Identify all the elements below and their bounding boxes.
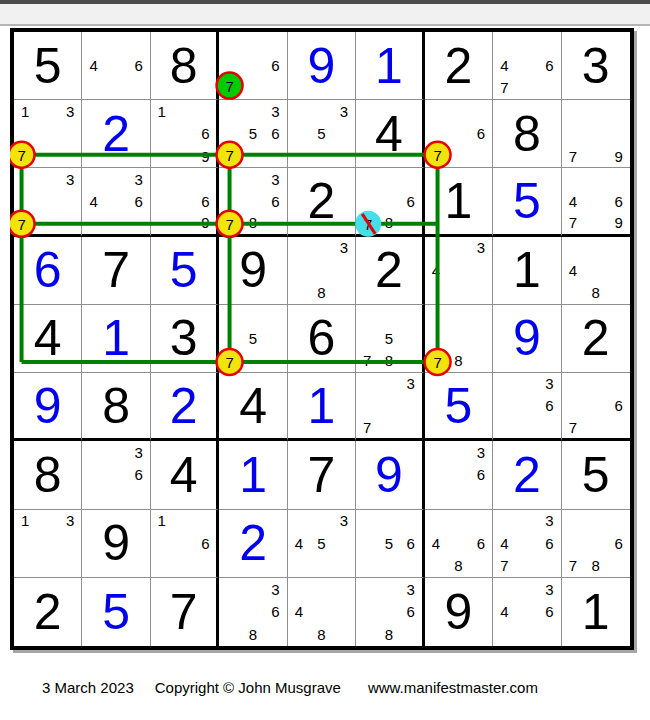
solved-value: 1 — [288, 373, 355, 438]
candidate-6: 6 — [538, 395, 560, 417]
given-value: 1 — [493, 237, 560, 304]
cell-r3c4[interactable]: 368 — [219, 168, 287, 236]
cell-r1c1[interactable]: 5 — [14, 32, 82, 100]
cell-r2c6[interactable]: 4 — [356, 100, 424, 168]
footer-copyright: Copyright © John Musgrave — [155, 679, 341, 696]
candidate-5: 5 — [242, 123, 264, 145]
candidate-4: 4 — [562, 190, 585, 212]
cell-r1c8[interactable]: 467 — [493, 32, 561, 100]
given-value: 4 — [356, 100, 421, 167]
cell-r7c7[interactable]: 36 — [425, 441, 493, 509]
cell-r8c8[interactable]: 3467 — [493, 510, 561, 578]
candidate-3: 3 — [333, 237, 355, 259]
cell-r7c1[interactable]: 8 — [14, 441, 82, 509]
cell-r2c9[interactable]: 79 — [562, 100, 630, 168]
footer: 3 March 2023Copyright © John Musgravewww… — [42, 679, 538, 696]
candidate-3: 3 — [264, 578, 286, 601]
cell-r1c4[interactable]: 6 — [219, 32, 287, 100]
cell-r5c3[interactable]: 3 — [151, 305, 219, 373]
candidate-6: 6 — [195, 123, 217, 145]
solved-value: 2 — [82, 100, 149, 167]
candidate-6: 6 — [607, 190, 630, 212]
solved-value: 1 — [356, 32, 421, 99]
cell-r9c3[interactable]: 7 — [151, 578, 219, 646]
candidate-5: 5 — [378, 532, 400, 554]
cell-r7c2[interactable]: 36 — [82, 441, 150, 509]
cell-r6c4[interactable]: 4 — [219, 373, 287, 441]
solved-value: 9 — [14, 373, 81, 438]
given-value: 9 — [219, 237, 286, 304]
candidate-1: 1 — [14, 510, 36, 532]
candidate-8: 8 — [310, 623, 332, 646]
window-chrome-strip — [0, 0, 650, 26]
candidate-9: 9 — [607, 212, 630, 234]
cell-r9c9[interactable]: 1 — [562, 578, 630, 646]
candidate-8: 8 — [584, 281, 607, 303]
solved-value: 2 — [219, 510, 286, 577]
solved-value: 5 — [425, 373, 492, 438]
candidate-3: 3 — [400, 578, 422, 601]
candidate-6: 6 — [400, 190, 422, 212]
cell-r4c1[interactable]: 6 — [14, 237, 82, 305]
cell-r2c1[interactable]: 13 — [14, 100, 82, 168]
given-value: 4 — [219, 373, 286, 438]
given-value: 7 — [82, 237, 149, 304]
cell-r8c9[interactable]: 678 — [562, 510, 630, 578]
given-value: 2 — [356, 237, 421, 304]
given-value: 2 — [14, 578, 81, 646]
cell-r1c7[interactable]: 2 — [425, 32, 493, 100]
candidate-6: 6 — [538, 532, 560, 554]
cell-r6c6[interactable]: 37 — [356, 373, 424, 441]
cell-r6c2[interactable]: 8 — [82, 373, 150, 441]
cell-r3c6[interactable]: 68 — [356, 168, 424, 236]
given-value: 8 — [82, 373, 149, 438]
cell-r4c6[interactable]: 2 — [356, 237, 424, 305]
candidate-3: 3 — [400, 373, 422, 395]
cell-r4c4[interactable]: 9 — [219, 237, 287, 305]
candidate-9: 9 — [195, 212, 217, 234]
candidate-6: 6 — [470, 532, 492, 554]
solved-value: 5 — [82, 578, 149, 646]
cell-r2c8[interactable]: 8 — [493, 100, 561, 168]
solved-value: 9 — [493, 305, 560, 372]
given-value: 1 — [562, 578, 630, 646]
cell-r4c7[interactable]: 34 — [425, 237, 493, 305]
cell-r2c5[interactable]: 35 — [288, 100, 356, 168]
candidate-5: 5 — [378, 327, 400, 349]
given-value: 4 — [14, 305, 81, 372]
cell-r5c7[interactable]: 8 — [425, 305, 493, 373]
cell-r8c4[interactable]: 2 — [219, 510, 287, 578]
cell-r9c2[interactable]: 5 — [82, 578, 150, 646]
cell-r7c9[interactable]: 5 — [562, 441, 630, 509]
solved-value: 6 — [14, 237, 81, 304]
cell-r2c4[interactable]: 356 — [219, 100, 287, 168]
candidate-3: 3 — [333, 100, 355, 122]
cell-r8c5[interactable]: 345 — [288, 510, 356, 578]
cell-r8c2[interactable]: 9 — [82, 510, 150, 578]
cell-r5c8[interactable]: 9 — [493, 305, 561, 373]
cell-r1c2[interactable]: 46 — [82, 32, 150, 100]
cell-r1c6[interactable]: 1 — [356, 32, 424, 100]
cell-r2c3[interactable]: 169 — [151, 100, 219, 168]
candidate-6: 6 — [127, 54, 149, 76]
cell-r6c5[interactable]: 1 — [288, 373, 356, 441]
candidate-1: 1 — [151, 510, 173, 532]
solved-value: 1 — [82, 305, 149, 372]
cell-r9c4[interactable]: 368 — [219, 578, 287, 646]
candidate-7: 7 — [562, 212, 585, 234]
cell-r8c3[interactable]: 16 — [151, 510, 219, 578]
candidate-6: 6 — [400, 601, 422, 624]
cell-r6c9[interactable]: 67 — [562, 373, 630, 441]
candidate-8: 8 — [242, 623, 264, 646]
cell-r3c1[interactable]: 3 — [14, 168, 82, 236]
cell-r6c7[interactable]: 5 — [425, 373, 493, 441]
candidate-4: 4 — [82, 190, 104, 212]
candidate-3: 3 — [264, 100, 286, 122]
given-value: 5 — [14, 32, 81, 99]
cell-r7c6[interactable]: 9 — [356, 441, 424, 509]
cell-r4c9[interactable]: 48 — [562, 237, 630, 305]
cell-r1c9[interactable]: 3 — [562, 32, 630, 100]
given-value: 9 — [425, 578, 492, 646]
candidate-8: 8 — [378, 212, 400, 234]
candidate-1: 1 — [151, 100, 173, 122]
candidate-6: 6 — [195, 190, 217, 212]
candidate-6: 6 — [195, 532, 217, 554]
candidate-6: 6 — [607, 532, 630, 554]
candidate-3: 3 — [59, 100, 81, 122]
candidate-7: 7 — [562, 145, 585, 167]
candidate-4: 4 — [562, 259, 585, 281]
cell-r8c7[interactable]: 468 — [425, 510, 493, 578]
candidate-6: 6 — [607, 395, 630, 417]
cell-r4c8[interactable]: 1 — [493, 237, 561, 305]
cell-r9c8[interactable]: 346 — [493, 578, 561, 646]
candidate-4: 4 — [493, 54, 515, 76]
candidate-7: 7 — [562, 554, 585, 576]
given-value: 2 — [425, 32, 492, 99]
given-value: 8 — [14, 441, 81, 508]
given-value: 4 — [151, 441, 216, 508]
cell-r1c5[interactable]: 9 — [288, 32, 356, 100]
given-value: 7 — [151, 578, 216, 646]
candidate-4: 4 — [425, 532, 447, 554]
cell-r3c9[interactable]: 4679 — [562, 168, 630, 236]
cell-r5c1[interactable]: 4 — [14, 305, 82, 373]
given-value: 1 — [425, 168, 492, 233]
cell-r7c5[interactable]: 7 — [288, 441, 356, 509]
given-value: 6 — [288, 305, 355, 372]
candidate-5: 5 — [310, 532, 332, 554]
given-value: 3 — [562, 32, 630, 99]
cell-r6c8[interactable]: 36 — [493, 373, 561, 441]
candidate-3: 3 — [264, 168, 286, 190]
cell-r2c7[interactable]: 6 — [425, 100, 493, 168]
given-value: 9 — [82, 510, 149, 577]
cell-r7c4[interactable]: 1 — [219, 441, 287, 509]
given-value: 2 — [288, 168, 355, 233]
cell-r8c6[interactable]: 56 — [356, 510, 424, 578]
candidate-6: 6 — [127, 464, 149, 486]
candidate-8: 8 — [584, 554, 607, 576]
candidate-6: 6 — [400, 532, 422, 554]
candidate-8: 8 — [378, 623, 400, 646]
candidate-3: 3 — [470, 237, 492, 259]
cell-r9c1[interactable]: 2 — [14, 578, 82, 646]
cell-r4c2[interactable]: 7 — [82, 237, 150, 305]
candidate-3: 3 — [538, 578, 560, 601]
solved-value: 2 — [151, 373, 216, 438]
candidate-6: 6 — [264, 54, 286, 76]
cell-r3c8[interactable]: 5 — [493, 168, 561, 236]
cell-r2c2[interactable]: 2 — [82, 100, 150, 168]
cell-r5c4[interactable]: 5 — [219, 305, 287, 373]
candidate-3: 3 — [59, 168, 81, 190]
candidate-6: 6 — [470, 464, 492, 486]
candidate-7: 7 — [493, 77, 515, 99]
candidate-3: 3 — [470, 441, 492, 463]
candidate-6: 6 — [264, 123, 286, 145]
cell-r9c5[interactable]: 48 — [288, 578, 356, 646]
given-value: 8 — [493, 100, 560, 167]
candidate-4: 4 — [425, 259, 447, 281]
cell-r5c5[interactable]: 6 — [288, 305, 356, 373]
solved-value: 1 — [219, 441, 286, 508]
candidate-4: 4 — [288, 532, 310, 554]
candidate-7: 7 — [356, 350, 378, 372]
candidate-4: 4 — [493, 601, 515, 624]
solved-value: 5 — [493, 168, 560, 233]
given-value: 2 — [562, 305, 630, 372]
candidate-7: 7 — [562, 417, 585, 439]
candidate-8: 8 — [447, 554, 469, 576]
candidate-6: 6 — [538, 54, 560, 76]
cell-r5c2[interactable]: 1 — [82, 305, 150, 373]
candidate-4: 4 — [493, 532, 515, 554]
cell-r3c2[interactable]: 346 — [82, 168, 150, 236]
solved-value: 2 — [493, 441, 560, 508]
candidate-9: 9 — [607, 145, 630, 167]
solved-value: 9 — [356, 441, 421, 508]
cell-r8c1[interactable]: 13 — [14, 510, 82, 578]
solved-value: 9 — [288, 32, 355, 99]
candidate-4: 4 — [288, 601, 310, 624]
cell-r5c6[interactable]: 578 — [356, 305, 424, 373]
cell-r3c3[interactable]: 69 — [151, 168, 219, 236]
cell-r5c9[interactable]: 2 — [562, 305, 630, 373]
candidate-6: 6 — [470, 123, 492, 145]
cell-r4c5[interactable]: 38 — [288, 237, 356, 305]
candidate-6: 6 — [127, 190, 149, 212]
candidate-6: 6 — [538, 601, 560, 624]
cell-r3c7[interactable]: 1 — [425, 168, 493, 236]
cell-r9c6[interactable]: 368 — [356, 578, 424, 646]
candidate-9: 9 — [195, 145, 217, 167]
cell-r7c3[interactable]: 4 — [151, 441, 219, 509]
cell-r6c1[interactable]: 9 — [14, 373, 82, 441]
candidate-3: 3 — [127, 168, 149, 190]
cell-r1c3[interactable]: 8 — [151, 32, 219, 100]
candidate-5: 5 — [310, 123, 332, 145]
candidate-3: 3 — [538, 373, 560, 395]
footer-date: 3 March 2023 — [42, 679, 134, 696]
candidate-6: 6 — [264, 190, 286, 212]
cell-r3c5[interactable]: 2 — [288, 168, 356, 236]
candidate-4: 4 — [82, 54, 104, 76]
cell-r7c8[interactable]: 2 — [493, 441, 561, 509]
candidate-6: 6 — [264, 601, 286, 624]
candidate-3: 3 — [333, 510, 355, 532]
candidate-3: 3 — [59, 510, 81, 532]
solved-value: 5 — [151, 237, 216, 304]
candidate-8: 8 — [242, 212, 264, 234]
candidate-8: 8 — [447, 350, 469, 372]
candidate-7: 7 — [493, 554, 515, 576]
candidate-8: 8 — [378, 350, 400, 372]
candidate-1: 1 — [14, 100, 36, 122]
candidate-7: 7 — [356, 417, 378, 439]
footer-website[interactable]: www.manifestmaster.com — [368, 679, 538, 696]
candidate-3: 3 — [538, 510, 560, 532]
given-value: 8 — [151, 32, 216, 99]
given-value: 7 — [288, 441, 355, 508]
cell-r4c3[interactable]: 5 — [151, 237, 219, 305]
candidate-5: 5 — [242, 327, 264, 349]
cell-r6c3[interactable]: 2 — [151, 373, 219, 441]
sudoku-board: 5468691246731321693563546879334669368268… — [10, 28, 634, 650]
given-value: 3 — [151, 305, 216, 372]
cell-r9c7[interactable]: 9 — [425, 578, 493, 646]
candidate-3: 3 — [127, 441, 149, 463]
candidate-8: 8 — [310, 281, 332, 303]
given-value: 5 — [562, 441, 630, 508]
